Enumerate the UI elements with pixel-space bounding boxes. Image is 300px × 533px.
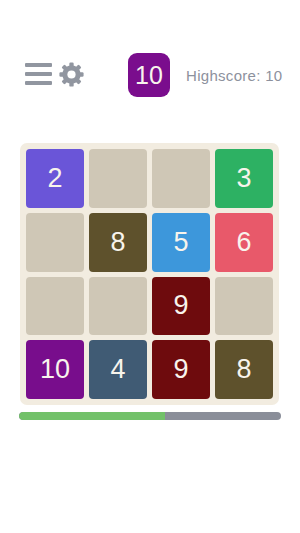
tile-8-r2c2[interactable]: 8: [89, 213, 147, 272]
tile-4-r4c2[interactable]: 4: [89, 340, 147, 399]
highscore-value: 10: [265, 67, 282, 84]
progress-bar: [19, 412, 281, 420]
empty-cell-r3c1: [26, 277, 84, 336]
tile-9-r3c3[interactable]: 9: [152, 277, 210, 336]
gear-icon[interactable]: [57, 60, 86, 89]
tile-3-r1c4[interactable]: 3: [215, 149, 273, 208]
empty-cell-r2c1: [26, 213, 84, 272]
tile-8-r4c4[interactable]: 8: [215, 340, 273, 399]
tile-5-r2c3[interactable]: 5: [152, 213, 210, 272]
tile-2-r1c1[interactable]: 2: [26, 149, 84, 208]
empty-cell-r1c3: [152, 149, 210, 208]
highscore-label: Highscore:: [186, 67, 261, 84]
tile-10-r4c1[interactable]: 10: [26, 340, 84, 399]
hamburger-bar: [25, 81, 52, 85]
hamburger-menu-icon[interactable]: [25, 63, 52, 85]
game-board: 23856910498: [20, 143, 279, 405]
tile-6-r2c4[interactable]: 6: [215, 213, 273, 272]
gear-icon-svg: [57, 60, 86, 89]
progress-bar-fill: [19, 412, 165, 420]
hamburger-bar: [25, 63, 52, 67]
current-max-tile-value: 10: [135, 61, 163, 90]
hamburger-bar: [25, 72, 52, 76]
empty-cell-r3c2: [89, 277, 147, 336]
empty-cell-r1c2: [89, 149, 147, 208]
tile-9-r4c3[interactable]: 9: [152, 340, 210, 399]
highscore: Highscore: 10: [186, 67, 282, 84]
app-screen: 10 Highscore: 10 23856910498: [0, 0, 300, 533]
current-max-tile: 10: [128, 53, 170, 97]
empty-cell-r3c4: [215, 277, 273, 336]
